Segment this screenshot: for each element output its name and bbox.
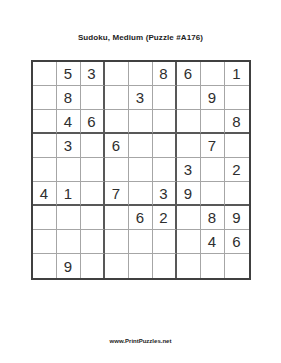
cell-r3c9: 8 <box>225 110 249 134</box>
cell-r5c6[interactable] <box>153 158 177 182</box>
cell-r8c1[interactable] <box>33 230 57 254</box>
cell-r6c3[interactable] <box>81 182 105 206</box>
cell-r2c9[interactable] <box>225 86 249 110</box>
cell-r7c8: 8 <box>201 206 225 230</box>
cell-r8c6[interactable] <box>153 230 177 254</box>
cell-r7c2[interactable] <box>57 206 81 230</box>
cell-r2c1[interactable] <box>33 86 57 110</box>
cell-r9c9[interactable] <box>225 254 249 278</box>
cell-r8c9: 6 <box>225 230 249 254</box>
cell-r3c7[interactable] <box>177 110 201 134</box>
cell-r8c2[interactable] <box>57 230 81 254</box>
cell-r9c6[interactable] <box>153 254 177 278</box>
cell-r3c8[interactable] <box>201 110 225 134</box>
cell-r9c7[interactable] <box>177 254 201 278</box>
cell-r7c5: 6 <box>129 206 153 230</box>
cell-r2c2: 8 <box>57 86 81 110</box>
cell-r6c8[interactable] <box>201 182 225 206</box>
cell-r1c3: 3 <box>81 62 105 86</box>
cell-r7c1[interactable] <box>33 206 57 230</box>
cell-r2c4[interactable] <box>105 86 129 110</box>
cell-r4c8: 7 <box>201 134 225 158</box>
cell-r2c8: 9 <box>201 86 225 110</box>
cell-r5c9: 2 <box>225 158 249 182</box>
cell-r5c4[interactable] <box>105 158 129 182</box>
cell-r5c5[interactable] <box>129 158 153 182</box>
cell-r6c7: 9 <box>177 182 201 206</box>
cell-r7c7[interactable] <box>177 206 201 230</box>
cell-r1c4[interactable] <box>105 62 129 86</box>
cell-r8c3[interactable] <box>81 230 105 254</box>
cell-r9c5[interactable] <box>129 254 153 278</box>
cell-r9c3[interactable] <box>81 254 105 278</box>
cell-r2c6[interactable] <box>153 86 177 110</box>
cell-r7c9: 9 <box>225 206 249 230</box>
cell-r5c3[interactable] <box>81 158 105 182</box>
cell-r3c6[interactable] <box>153 110 177 134</box>
cell-r1c5[interactable] <box>129 62 153 86</box>
cell-r4c6[interactable] <box>153 134 177 158</box>
cell-r5c1[interactable] <box>33 158 57 182</box>
sudoku-board: 5386183946836732417396289469 <box>31 60 251 280</box>
cell-r9c8[interactable] <box>201 254 225 278</box>
cell-r2c3[interactable] <box>81 86 105 110</box>
cell-r1c9: 1 <box>225 62 249 86</box>
cell-r6c4: 7 <box>105 182 129 206</box>
cell-r6c5[interactable] <box>129 182 153 206</box>
cell-r6c6: 3 <box>153 182 177 206</box>
cell-r4c7[interactable] <box>177 134 201 158</box>
cell-r2c5: 3 <box>129 86 153 110</box>
cell-r1c6: 8 <box>153 62 177 86</box>
cell-r4c3[interactable] <box>81 134 105 158</box>
cell-r2c7[interactable] <box>177 86 201 110</box>
cell-r5c8[interactable] <box>201 158 225 182</box>
cell-r3c1[interactable] <box>33 110 57 134</box>
cell-r6c9[interactable] <box>225 182 249 206</box>
cell-r4c2: 3 <box>57 134 81 158</box>
cell-r4c1[interactable] <box>33 134 57 158</box>
cell-r7c4[interactable] <box>105 206 129 230</box>
cell-r4c9[interactable] <box>225 134 249 158</box>
cell-r3c3: 6 <box>81 110 105 134</box>
cell-r7c6: 2 <box>153 206 177 230</box>
cell-r1c1[interactable] <box>33 62 57 86</box>
cell-r6c2: 1 <box>57 182 81 206</box>
cell-r3c5[interactable] <box>129 110 153 134</box>
cell-r9c2: 9 <box>57 254 81 278</box>
cell-r8c4[interactable] <box>105 230 129 254</box>
cell-r7c3[interactable] <box>81 206 105 230</box>
cell-r3c2: 4 <box>57 110 81 134</box>
cell-r3c4[interactable] <box>105 110 129 134</box>
site-credit: www.PrintPuzzles.net <box>0 338 281 344</box>
cell-r9c4[interactable] <box>105 254 129 278</box>
cell-r4c4: 6 <box>105 134 129 158</box>
cell-r1c7: 6 <box>177 62 201 86</box>
cell-r8c7[interactable] <box>177 230 201 254</box>
cell-r1c8[interactable] <box>201 62 225 86</box>
cell-r5c7: 3 <box>177 158 201 182</box>
cell-r6c1: 4 <box>33 182 57 206</box>
cell-r4c5[interactable] <box>129 134 153 158</box>
cell-r1c2: 5 <box>57 62 81 86</box>
puzzle-title: Sudoku, Medium (Puzzle #A176) <box>0 33 281 42</box>
cell-r8c5[interactable] <box>129 230 153 254</box>
cell-r8c8: 4 <box>201 230 225 254</box>
cell-r9c1[interactable] <box>33 254 57 278</box>
cell-r5c2[interactable] <box>57 158 81 182</box>
